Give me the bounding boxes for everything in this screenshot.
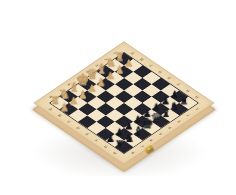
latch-pin xyxy=(147,147,150,150)
chess-set-photo: ABCDEFGH ABCDEFGH 12345678 12345678 ♜♟♟♜… xyxy=(0,0,236,195)
board-square: ♞ xyxy=(60,90,78,103)
